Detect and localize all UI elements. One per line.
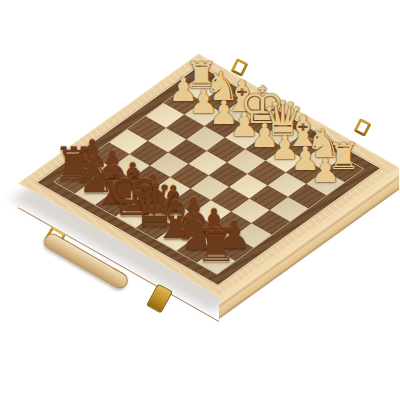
- piece-black-rook-a8[interactable]: ♜: [195, 222, 236, 268]
- chess-set-photo: ♜♞♝♛♚♝♞♜♟♟♟♟♟♟♟♟♟♟♟♟♟♟♟♟♜♞♝♛♚♝♞♜: [0, 0, 400, 400]
- piece-white-pawn-a2[interactable]: ♟: [311, 155, 340, 188]
